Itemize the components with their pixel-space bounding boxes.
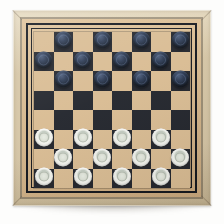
board-square-h4[interactable]	[171, 110, 191, 130]
black-piece[interactable]	[113, 51, 130, 68]
board-square-g1[interactable]	[151, 169, 171, 189]
board-square-b3[interactable]	[54, 130, 74, 150]
board-square-h6[interactable]	[171, 71, 191, 91]
board-square-c2[interactable]	[73, 149, 93, 169]
white-piece[interactable]	[54, 148, 72, 166]
frame-miter-joint	[201, 195, 212, 206]
board-square-h3[interactable]	[171, 130, 191, 150]
board-square-b8[interactable]	[54, 32, 74, 52]
white-piece[interactable]	[74, 168, 92, 186]
black-piece[interactable]	[94, 32, 111, 49]
black-piece[interactable]	[55, 71, 72, 88]
board-square-a3[interactable]	[34, 130, 54, 150]
black-piece[interactable]	[94, 71, 111, 88]
black-piece[interactable]	[35, 51, 52, 68]
board-square-f8[interactable]	[132, 32, 152, 52]
checkerboard	[34, 32, 190, 188]
board-square-h7[interactable]	[171, 52, 191, 72]
board-square-e8[interactable]	[112, 32, 132, 52]
board-square-g8[interactable]	[151, 32, 171, 52]
board-square-g2[interactable]	[151, 149, 171, 169]
board-square-d8[interactable]	[93, 32, 113, 52]
board-square-g7[interactable]	[151, 52, 171, 72]
white-piece[interactable]	[113, 168, 131, 186]
board-square-a6[interactable]	[34, 71, 54, 91]
board-square-e3[interactable]	[112, 130, 132, 150]
frame-miter-joint	[201, 10, 212, 21]
board-square-g4[interactable]	[151, 110, 171, 130]
board-frame	[13, 10, 211, 206]
board-square-b2[interactable]	[54, 149, 74, 169]
white-piece[interactable]	[152, 168, 170, 186]
board-square-e4[interactable]	[112, 110, 132, 130]
board-square-f3[interactable]	[132, 130, 152, 150]
board-square-h1[interactable]	[171, 169, 191, 189]
board-square-c5[interactable]	[73, 91, 93, 111]
board-square-d4[interactable]	[93, 110, 113, 130]
board-square-g3[interactable]	[151, 130, 171, 150]
board-square-f2[interactable]	[132, 149, 152, 169]
board-square-c4[interactable]	[73, 110, 93, 130]
board-square-a4[interactable]	[34, 110, 54, 130]
board-square-b4[interactable]	[54, 110, 74, 130]
black-piece[interactable]	[172, 71, 189, 88]
board-square-b7[interactable]	[54, 52, 74, 72]
board-square-a2[interactable]	[34, 149, 54, 169]
board-square-f5[interactable]	[132, 91, 152, 111]
board-square-a8[interactable]	[34, 32, 54, 52]
board-square-c7[interactable]	[73, 52, 93, 72]
white-piece[interactable]	[132, 148, 150, 166]
board-square-c8[interactable]	[73, 32, 93, 52]
board-square-h8[interactable]	[171, 32, 191, 52]
board-square-e1[interactable]	[112, 169, 132, 189]
board-square-h2[interactable]	[171, 149, 191, 169]
board-square-d7[interactable]	[93, 52, 113, 72]
board-square-f4[interactable]	[132, 110, 152, 130]
board-square-g6[interactable]	[151, 71, 171, 91]
white-piece[interactable]	[113, 129, 131, 147]
board-square-h5[interactable]	[171, 91, 191, 111]
board-square-e6[interactable]	[112, 71, 132, 91]
black-piece[interactable]	[55, 32, 72, 49]
board-square-d3[interactable]	[93, 130, 113, 150]
board-square-c1[interactable]	[73, 169, 93, 189]
board-square-d1[interactable]	[93, 169, 113, 189]
board-surface	[22, 19, 201, 197]
board-square-e2[interactable]	[112, 149, 132, 169]
board-square-c3[interactable]	[73, 130, 93, 150]
black-piece[interactable]	[74, 51, 91, 68]
board-square-b5[interactable]	[54, 91, 74, 111]
board-square-e5[interactable]	[112, 91, 132, 111]
white-piece[interactable]	[74, 129, 92, 147]
board-square-a1[interactable]	[34, 169, 54, 189]
white-piece[interactable]	[35, 129, 53, 147]
board-square-b6[interactable]	[54, 71, 74, 91]
board-square-c6[interactable]	[73, 71, 93, 91]
white-piece[interactable]	[152, 129, 170, 147]
black-piece[interactable]	[133, 32, 150, 49]
photo-background	[0, 0, 224, 224]
board-square-a5[interactable]	[34, 91, 54, 111]
black-piece[interactable]	[133, 71, 150, 88]
board-square-d6[interactable]	[93, 71, 113, 91]
board-square-f6[interactable]	[132, 71, 152, 91]
board-square-d2[interactable]	[93, 149, 113, 169]
white-piece[interactable]	[35, 168, 53, 186]
black-piece[interactable]	[172, 32, 189, 49]
board-square-g5[interactable]	[151, 91, 171, 111]
black-piece[interactable]	[152, 51, 169, 68]
board-square-f1[interactable]	[132, 169, 152, 189]
board-square-e7[interactable]	[112, 52, 132, 72]
white-piece[interactable]	[171, 148, 189, 166]
white-piece[interactable]	[93, 148, 111, 166]
board-square-f7[interactable]	[132, 52, 152, 72]
board-square-d5[interactable]	[93, 91, 113, 111]
board-square-a7[interactable]	[34, 52, 54, 72]
board-square-b1[interactable]	[54, 169, 74, 189]
